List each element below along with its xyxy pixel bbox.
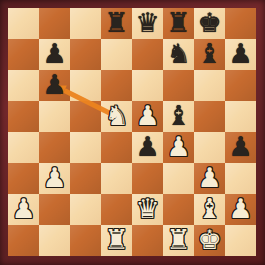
white-pawn-h2[interactable]: ♟	[225, 194, 256, 225]
black-king-g8[interactable]: ♚	[194, 8, 225, 39]
square-g6[interactable]	[194, 70, 225, 101]
square-f1[interactable]: ♜	[163, 225, 194, 256]
square-f3[interactable]	[163, 163, 194, 194]
square-c7[interactable]	[70, 39, 101, 70]
square-d1[interactable]: ♜	[101, 225, 132, 256]
black-pawn-b7[interactable]: ♟	[39, 39, 70, 70]
square-g5[interactable]	[194, 101, 225, 132]
square-c8[interactable]	[70, 8, 101, 39]
square-g7[interactable]: ♝	[194, 39, 225, 70]
black-rook-d8[interactable]: ♜	[101, 8, 132, 39]
square-c5[interactable]	[70, 101, 101, 132]
white-pawn-g3[interactable]: ♟	[194, 163, 225, 194]
square-b3[interactable]: ♟	[39, 163, 70, 194]
square-f7[interactable]: ♞	[163, 39, 194, 70]
square-e2[interactable]: ♛	[132, 194, 163, 225]
white-pawn-a2[interactable]: ♟	[8, 194, 39, 225]
square-g3[interactable]: ♟	[194, 163, 225, 194]
white-bishop-g2[interactable]: ♝	[194, 194, 225, 225]
white-pawn-f4[interactable]: ♟	[163, 132, 194, 163]
square-a6[interactable]	[8, 70, 39, 101]
square-g8[interactable]: ♚	[194, 8, 225, 39]
white-knight-d5[interactable]: ♞	[101, 101, 132, 132]
square-f4[interactable]: ♟	[163, 132, 194, 163]
black-bishop-f5[interactable]: ♝	[163, 101, 194, 132]
square-e4[interactable]: ♟	[132, 132, 163, 163]
square-h8[interactable]	[225, 8, 256, 39]
square-d5[interactable]: ♞	[101, 101, 132, 132]
square-a8[interactable]	[8, 8, 39, 39]
black-queen-e8[interactable]: ♛	[132, 8, 163, 39]
square-e5[interactable]: ♟	[132, 101, 163, 132]
square-h4[interactable]: ♟	[225, 132, 256, 163]
square-d3[interactable]	[101, 163, 132, 194]
black-pawn-h7[interactable]: ♟	[225, 39, 256, 70]
square-h6[interactable]	[225, 70, 256, 101]
square-f6[interactable]	[163, 70, 194, 101]
square-b8[interactable]	[39, 8, 70, 39]
square-a2[interactable]: ♟	[8, 194, 39, 225]
square-c1[interactable]	[70, 225, 101, 256]
square-c2[interactable]	[70, 194, 101, 225]
square-e3[interactable]	[132, 163, 163, 194]
black-pawn-b6[interactable]: ♟	[39, 70, 70, 101]
square-g4[interactable]	[194, 132, 225, 163]
square-b5[interactable]	[39, 101, 70, 132]
white-pawn-e5[interactable]: ♟	[132, 101, 163, 132]
square-a1[interactable]	[8, 225, 39, 256]
square-e1[interactable]	[132, 225, 163, 256]
square-f5[interactable]: ♝	[163, 101, 194, 132]
square-b7[interactable]: ♟	[39, 39, 70, 70]
square-a4[interactable]	[8, 132, 39, 163]
square-b1[interactable]	[39, 225, 70, 256]
square-e8[interactable]: ♛	[132, 8, 163, 39]
square-b4[interactable]	[39, 132, 70, 163]
black-rook-f8[interactable]: ♜	[163, 8, 194, 39]
square-a3[interactable]	[8, 163, 39, 194]
square-h1[interactable]	[225, 225, 256, 256]
square-d6[interactable]	[101, 70, 132, 101]
square-h2[interactable]: ♟	[225, 194, 256, 225]
square-d8[interactable]: ♜	[101, 8, 132, 39]
square-e7[interactable]	[132, 39, 163, 70]
square-d7[interactable]	[101, 39, 132, 70]
square-b2[interactable]	[39, 194, 70, 225]
square-d4[interactable]	[101, 132, 132, 163]
square-a7[interactable]	[8, 39, 39, 70]
chess-board: ♜♛♜♚♟♞♝♟♟♞♟♝♟♟♟♟♟♟♛♝♟♜♜♚	[8, 8, 256, 256]
square-f8[interactable]: ♜	[163, 8, 194, 39]
square-e6[interactable]	[132, 70, 163, 101]
square-c6[interactable]	[70, 70, 101, 101]
square-c3[interactable]	[70, 163, 101, 194]
black-pawn-h4[interactable]: ♟	[225, 132, 256, 163]
square-c4[interactable]	[70, 132, 101, 163]
white-king-g1[interactable]: ♚	[194, 225, 225, 256]
square-g2[interactable]: ♝	[194, 194, 225, 225]
square-f2[interactable]	[163, 194, 194, 225]
square-g1[interactable]: ♚	[194, 225, 225, 256]
black-pawn-e4[interactable]: ♟	[132, 132, 163, 163]
black-knight-f7[interactable]: ♞	[163, 39, 194, 70]
square-h7[interactable]: ♟	[225, 39, 256, 70]
square-h5[interactable]	[225, 101, 256, 132]
white-rook-d1[interactable]: ♜	[101, 225, 132, 256]
square-h3[interactable]	[225, 163, 256, 194]
square-a5[interactable]	[8, 101, 39, 132]
white-pawn-b3[interactable]: ♟	[39, 163, 70, 194]
square-b6[interactable]: ♟	[39, 70, 70, 101]
white-queen-e2[interactable]: ♛	[132, 194, 163, 225]
black-bishop-g7[interactable]: ♝	[194, 39, 225, 70]
square-d2[interactable]	[101, 194, 132, 225]
white-rook-f1[interactable]: ♜	[163, 225, 194, 256]
board-frame: ♜♛♜♚♟♞♝♟♟♞♟♝♟♟♟♟♟♟♛♝♟♜♜♚	[0, 0, 265, 265]
